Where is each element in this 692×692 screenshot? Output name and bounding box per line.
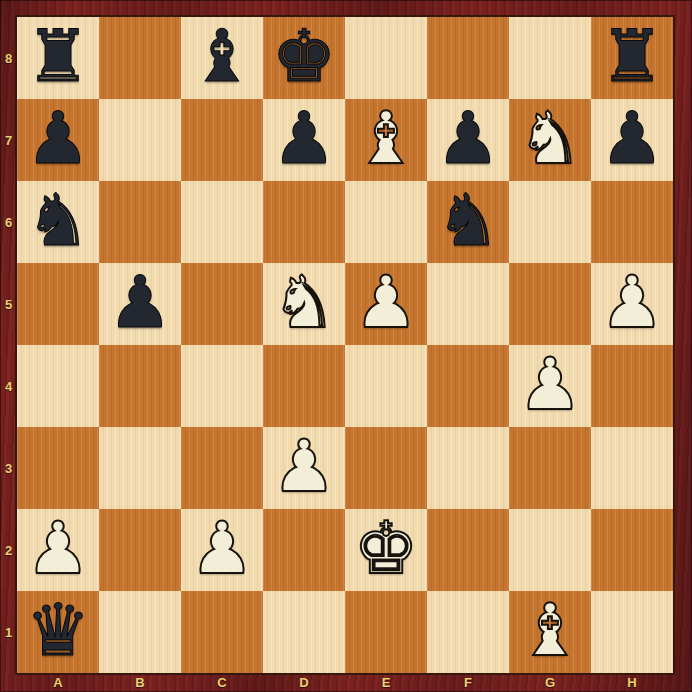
square-b3[interactable] xyxy=(99,427,181,509)
square-f1[interactable] xyxy=(427,591,509,673)
square-a1[interactable]: ♛ xyxy=(17,591,99,673)
square-a2[interactable]: ♟ xyxy=(17,509,99,591)
square-e1[interactable] xyxy=(345,591,427,673)
square-c8[interactable]: ♝ xyxy=(181,17,263,99)
square-d5[interactable]: ♞ xyxy=(263,263,345,345)
piece-black-pawn[interactable]: ♟ xyxy=(108,266,173,338)
file-label-a: A xyxy=(17,673,99,692)
square-f6[interactable]: ♞ xyxy=(427,181,509,263)
rank-label-5: 5 xyxy=(0,263,17,345)
square-a3[interactable] xyxy=(17,427,99,509)
piece-white-king[interactable]: ♚ xyxy=(354,512,419,584)
piece-black-knight[interactable]: ♞ xyxy=(436,184,501,256)
piece-black-queen[interactable]: ♛ xyxy=(26,594,91,666)
square-h1[interactable] xyxy=(591,591,673,673)
rank-label-8: 8 xyxy=(0,17,17,99)
square-g2[interactable] xyxy=(509,509,591,591)
square-c2[interactable]: ♟ xyxy=(181,509,263,591)
square-h2[interactable] xyxy=(591,509,673,591)
rank-label-7: 7 xyxy=(0,99,17,181)
square-h7[interactable]: ♟ xyxy=(591,99,673,181)
square-a7[interactable]: ♟ xyxy=(17,99,99,181)
square-c7[interactable] xyxy=(181,99,263,181)
piece-white-pawn[interactable]: ♟ xyxy=(518,348,583,420)
square-d7[interactable]: ♟ xyxy=(263,99,345,181)
square-h6[interactable] xyxy=(591,181,673,263)
rank-label-4: 4 xyxy=(0,345,17,427)
rank-label-2: 2 xyxy=(0,509,17,591)
file-label-b: B xyxy=(99,673,181,692)
square-d4[interactable] xyxy=(263,345,345,427)
square-f2[interactable] xyxy=(427,509,509,591)
square-f3[interactable] xyxy=(427,427,509,509)
square-b1[interactable] xyxy=(99,591,181,673)
file-label-h: H xyxy=(591,673,673,692)
file-labels: ABCDEFGH xyxy=(17,673,673,692)
square-d2[interactable] xyxy=(263,509,345,591)
square-e2[interactable]: ♚ xyxy=(345,509,427,591)
square-h4[interactable] xyxy=(591,345,673,427)
square-e3[interactable] xyxy=(345,427,427,509)
piece-white-pawn[interactable]: ♟ xyxy=(354,266,419,338)
file-label-f: F xyxy=(427,673,509,692)
square-f7[interactable]: ♟ xyxy=(427,99,509,181)
square-c4[interactable] xyxy=(181,345,263,427)
square-d8[interactable]: ♚ xyxy=(263,17,345,99)
square-g1[interactable]: ♝ xyxy=(509,591,591,673)
piece-white-pawn[interactable]: ♟ xyxy=(190,512,255,584)
square-b6[interactable] xyxy=(99,181,181,263)
piece-white-pawn[interactable]: ♟ xyxy=(600,266,665,338)
square-b5[interactable]: ♟ xyxy=(99,263,181,345)
piece-black-rook[interactable]: ♜ xyxy=(600,20,665,92)
piece-black-pawn[interactable]: ♟ xyxy=(600,102,665,174)
chess-board: ♜♝♚♜♟♟♝♟♞♟♞♞♟♞♟♟♟♟♟♟♚♛♝ xyxy=(17,17,673,673)
square-f8[interactable] xyxy=(427,17,509,99)
square-e8[interactable] xyxy=(345,17,427,99)
piece-black-pawn[interactable]: ♟ xyxy=(26,102,91,174)
piece-black-pawn[interactable]: ♟ xyxy=(272,102,337,174)
piece-black-pawn[interactable]: ♟ xyxy=(436,102,501,174)
square-d1[interactable] xyxy=(263,591,345,673)
square-b4[interactable] xyxy=(99,345,181,427)
square-g7[interactable]: ♞ xyxy=(509,99,591,181)
square-e5[interactable]: ♟ xyxy=(345,263,427,345)
square-a4[interactable] xyxy=(17,345,99,427)
square-c5[interactable] xyxy=(181,263,263,345)
rank-labels: 87654321 xyxy=(0,17,17,673)
square-e4[interactable] xyxy=(345,345,427,427)
square-e6[interactable] xyxy=(345,181,427,263)
square-g3[interactable] xyxy=(509,427,591,509)
piece-black-knight[interactable]: ♞ xyxy=(26,184,91,256)
square-a5[interactable] xyxy=(17,263,99,345)
square-g6[interactable] xyxy=(509,181,591,263)
square-b8[interactable] xyxy=(99,17,181,99)
square-d3[interactable]: ♟ xyxy=(263,427,345,509)
piece-white-pawn[interactable]: ♟ xyxy=(272,430,337,502)
square-d6[interactable] xyxy=(263,181,345,263)
square-a8[interactable]: ♜ xyxy=(17,17,99,99)
square-f5[interactable] xyxy=(427,263,509,345)
square-h8[interactable]: ♜ xyxy=(591,17,673,99)
square-g5[interactable] xyxy=(509,263,591,345)
piece-white-knight[interactable]: ♞ xyxy=(272,266,337,338)
square-e7[interactable]: ♝ xyxy=(345,99,427,181)
square-b7[interactable] xyxy=(99,99,181,181)
piece-black-king[interactable]: ♚ xyxy=(272,20,337,92)
square-g4[interactable]: ♟ xyxy=(509,345,591,427)
square-a6[interactable]: ♞ xyxy=(17,181,99,263)
rank-label-6: 6 xyxy=(0,181,17,263)
square-c3[interactable] xyxy=(181,427,263,509)
square-b2[interactable] xyxy=(99,509,181,591)
square-g8[interactable] xyxy=(509,17,591,99)
piece-black-bishop[interactable]: ♝ xyxy=(190,20,255,92)
file-label-g: G xyxy=(509,673,591,692)
piece-black-rook[interactable]: ♜ xyxy=(26,20,91,92)
board-frame: 87654321 ♜♝♚♜♟♟♝♟♞♟♞♞♟♞♟♟♟♟♟♟♚♛♝ ABCDEFG… xyxy=(0,0,692,692)
piece-white-bishop[interactable]: ♝ xyxy=(518,594,583,666)
file-label-d: D xyxy=(263,673,345,692)
square-h3[interactable] xyxy=(591,427,673,509)
piece-white-bishop[interactable]: ♝ xyxy=(354,102,419,174)
square-c1[interactable] xyxy=(181,591,263,673)
file-label-c: C xyxy=(181,673,263,692)
square-f4[interactable] xyxy=(427,345,509,427)
rank-label-3: 3 xyxy=(0,427,17,509)
file-label-e: E xyxy=(345,673,427,692)
piece-white-knight[interactable]: ♞ xyxy=(518,102,583,174)
square-h5[interactable]: ♟ xyxy=(591,263,673,345)
piece-white-pawn[interactable]: ♟ xyxy=(26,512,91,584)
rank-label-1: 1 xyxy=(0,591,17,673)
square-c6[interactable] xyxy=(181,181,263,263)
